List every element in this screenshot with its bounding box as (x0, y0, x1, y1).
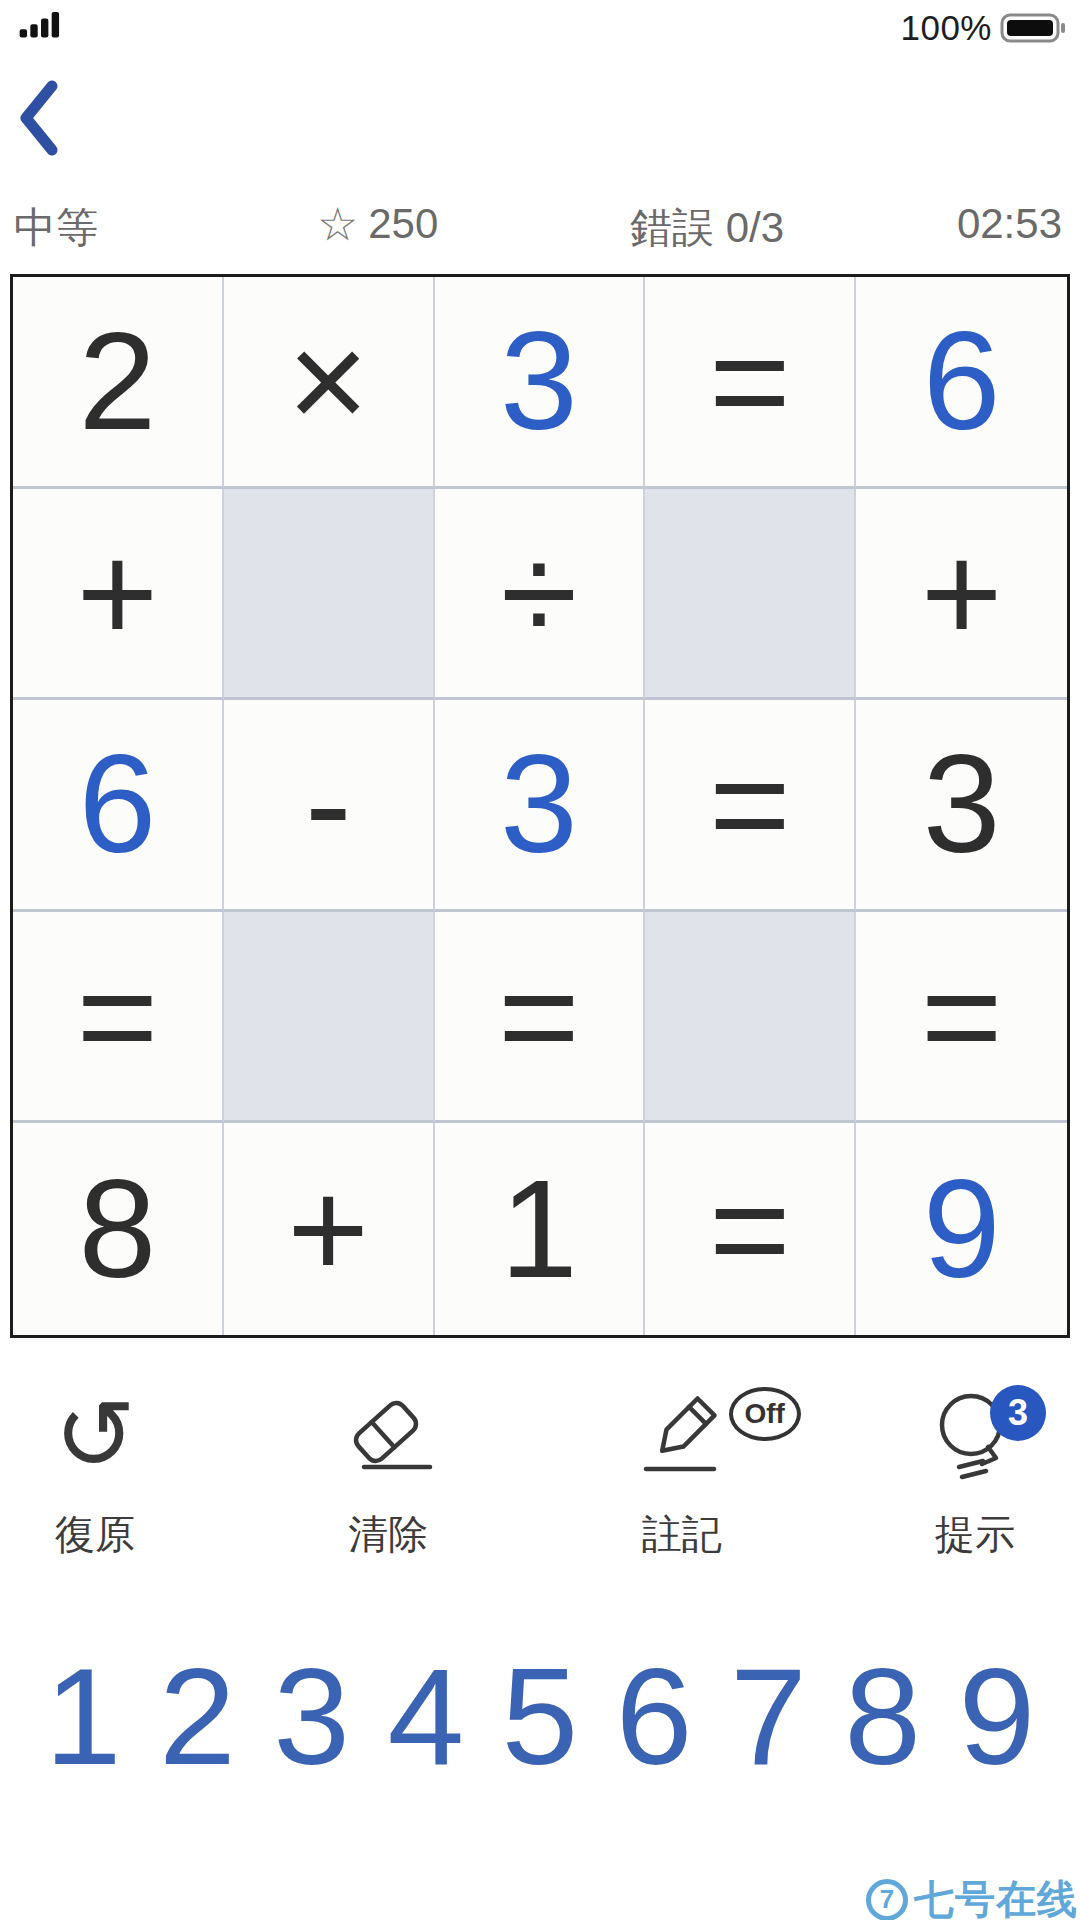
cell-r4c3: = (435, 912, 646, 1124)
cell-value: + (77, 523, 159, 663)
numpad-key-5[interactable]: 5 (483, 1648, 597, 1783)
cell-r1c3[interactable]: 3 (435, 277, 646, 489)
undo-button[interactable]: ↺ 復原 (30, 1385, 160, 1570)
cell-r3c3[interactable]: 3 (435, 700, 646, 912)
cell-r3c2: - (224, 700, 435, 912)
cell-value: = (709, 1159, 791, 1299)
hint-button[interactable]: 3 提示 (910, 1385, 1040, 1570)
cell-value: 8 (78, 1159, 156, 1299)
cell-r5c4: = (645, 1123, 856, 1335)
back-chevron-icon (26, 86, 52, 150)
numpad-key-3[interactable]: 3 (254, 1648, 368, 1783)
cell-value: - (305, 734, 352, 874)
cell-r3c5: 3 (856, 700, 1067, 912)
cell-value: 1 (500, 1159, 578, 1299)
numpad-key-4[interactable]: 4 (369, 1648, 483, 1783)
hint-label: 提示 (935, 1507, 1015, 1562)
cell-r1c2: × (224, 277, 435, 489)
cell-r5c3: 1 (435, 1123, 646, 1335)
cell-value: 6 (923, 311, 1001, 451)
cell-value: 2 (78, 311, 156, 451)
cell-value: = (921, 946, 1003, 1086)
cell-r2c3: ÷ (435, 489, 646, 701)
cell-value: ÷ (501, 523, 578, 663)
cell-value: 3 (923, 734, 1001, 874)
cellular-signal-icon (18, 7, 64, 40)
undo-icon: ↺ (54, 1385, 136, 1485)
watermark: 7 七号在线 (866, 1872, 1078, 1920)
numpad-key-9[interactable]: 9 (940, 1648, 1054, 1783)
notes-toggle-badge: Off (729, 1387, 801, 1441)
cell-value: + (921, 523, 1003, 663)
cell-value: = (709, 734, 791, 874)
numpad-key-2[interactable]: 2 (140, 1648, 254, 1783)
back-button[interactable] (12, 78, 82, 158)
numpad-key-8[interactable]: 8 (826, 1648, 940, 1783)
difficulty-label: 中等 (14, 200, 98, 256)
cell-r1c5[interactable]: 6 (856, 277, 1067, 489)
eraser-icon (340, 1385, 436, 1485)
battery-icon (1000, 12, 1066, 44)
numpad-key-7[interactable]: 7 (711, 1648, 825, 1783)
cell-r4c4 (645, 912, 856, 1124)
errors-counter: 錯誤 0/3 (630, 200, 784, 256)
cell-r2c4 (645, 489, 856, 701)
watermark-logo-icon: 7 (866, 1879, 908, 1920)
cell-value: 3 (500, 734, 578, 874)
status-bar: 100% (0, 0, 1080, 56)
cell-value: + (287, 1159, 369, 1299)
cell-r5c1: 8 (13, 1123, 224, 1335)
score-group: ☆ 250 (317, 200, 438, 248)
numpad-key-1[interactable]: 1 (26, 1648, 140, 1783)
numpad-key-6[interactable]: 6 (597, 1648, 711, 1783)
cell-value: = (77, 946, 159, 1086)
timer: 02:53 (957, 200, 1062, 248)
cell-r3c1[interactable]: 6 (13, 700, 224, 912)
cell-value: 6 (78, 734, 156, 874)
cell-value: 9 (923, 1159, 1001, 1299)
cross-math-board: 2×3=6+÷+6-3=3===8+1=9 (10, 274, 1070, 1338)
cell-value: × (287, 311, 369, 451)
cell-value: 3 (500, 311, 578, 451)
cell-r1c4: = (645, 277, 856, 489)
cell-r5c2: + (224, 1123, 435, 1335)
watermark-text: 七号在线 (914, 1872, 1078, 1920)
cell-value: = (498, 946, 580, 1086)
number-pad: 123456789 (0, 1648, 1080, 1783)
game-info-bar: 中等 ☆ 250 錯誤 0/3 02:53 (0, 198, 1080, 252)
cell-r4c1: = (13, 912, 224, 1124)
cell-r4c2 (224, 912, 435, 1124)
erase-button[interactable]: 清除 (323, 1385, 453, 1570)
pencil-icon (634, 1385, 730, 1485)
cell-value: = (709, 311, 791, 451)
erase-label: 清除 (348, 1507, 428, 1562)
cell-r3c4: = (645, 700, 856, 912)
cell-r2c2 (224, 489, 435, 701)
score-value: 250 (368, 200, 438, 248)
cell-r1c1: 2 (13, 277, 224, 489)
star-icon: ☆ (317, 202, 358, 246)
notes-button[interactable]: Off 註記 (617, 1385, 747, 1570)
undo-label: 復原 (55, 1507, 135, 1562)
notes-label: 註記 (642, 1507, 722, 1562)
cell-r2c1: + (13, 489, 224, 701)
toolbar: ↺ 復原 清除 (0, 1385, 1080, 1570)
cell-r5c5[interactable]: 9 (856, 1123, 1067, 1335)
cell-r4c5: = (856, 912, 1067, 1124)
cell-r2c5: + (856, 489, 1067, 701)
battery-percentage: 100% (900, 8, 992, 48)
hint-count-badge: 3 (990, 1385, 1046, 1441)
